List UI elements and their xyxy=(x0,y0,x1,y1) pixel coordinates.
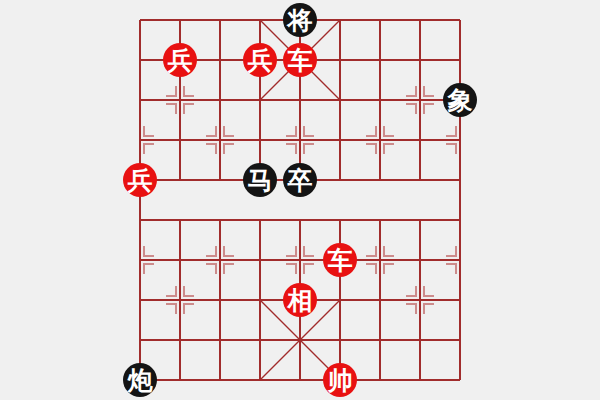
piece-red-soldier[interactable]: 兵 xyxy=(163,43,197,77)
piece-red-soldier[interactable]: 兵 xyxy=(123,163,157,197)
piece-black-elephant[interactable]: 象 xyxy=(443,83,477,117)
piece-black-soldier[interactable]: 卒 xyxy=(283,163,317,197)
piece-red-soldier[interactable]: 兵 xyxy=(243,43,277,77)
piece-red-elephant[interactable]: 相 xyxy=(283,283,317,317)
piece-black-general[interactable]: 将 xyxy=(283,3,317,37)
piece-red-general[interactable]: 帅 xyxy=(323,363,357,397)
piece-red-chariot[interactable]: 车 xyxy=(323,243,357,277)
piece-red-chariot[interactable]: 车 xyxy=(283,43,317,77)
xiangqi-piece-layer: 将兵兵车象兵马卒车相帅炮 xyxy=(120,0,480,400)
piece-black-cannon[interactable]: 炮 xyxy=(123,363,157,397)
piece-black-horse[interactable]: 马 xyxy=(243,163,277,197)
xiangqi-app: 将兵兵车象兵马卒车相帅炮 xyxy=(0,0,600,400)
